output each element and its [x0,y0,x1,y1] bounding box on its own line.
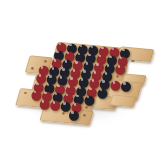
board-photo: ●●●●●●●●●●●●●●●●●●●●●●●●●●●●●●●●●●●●●●●●… [0,0,160,160]
empty-socket[interactable] [85,106,88,109]
empty-socket[interactable] [24,92,27,95]
black-marble[interactable]: ● [120,80,131,91]
empty-socket[interactable] [83,114,86,117]
red-marble[interactable]: ● [110,79,121,90]
empty-socket[interactable] [131,60,134,63]
black-marble[interactable]: ● [68,109,79,120]
empty-socket[interactable] [31,67,34,70]
black-marble[interactable]: ● [84,94,95,105]
empty-socket[interactable] [62,112,65,115]
marble-layer: ●●●●●●●●●●●●●●●●●●●●●●●●●●●●●●●●●●●●●●●●… [0,0,160,160]
red-marble[interactable]: ● [115,63,126,74]
black-marble[interactable]: ● [97,87,108,98]
red-marble[interactable]: ● [50,99,61,110]
red-marble[interactable]: ● [39,98,50,109]
